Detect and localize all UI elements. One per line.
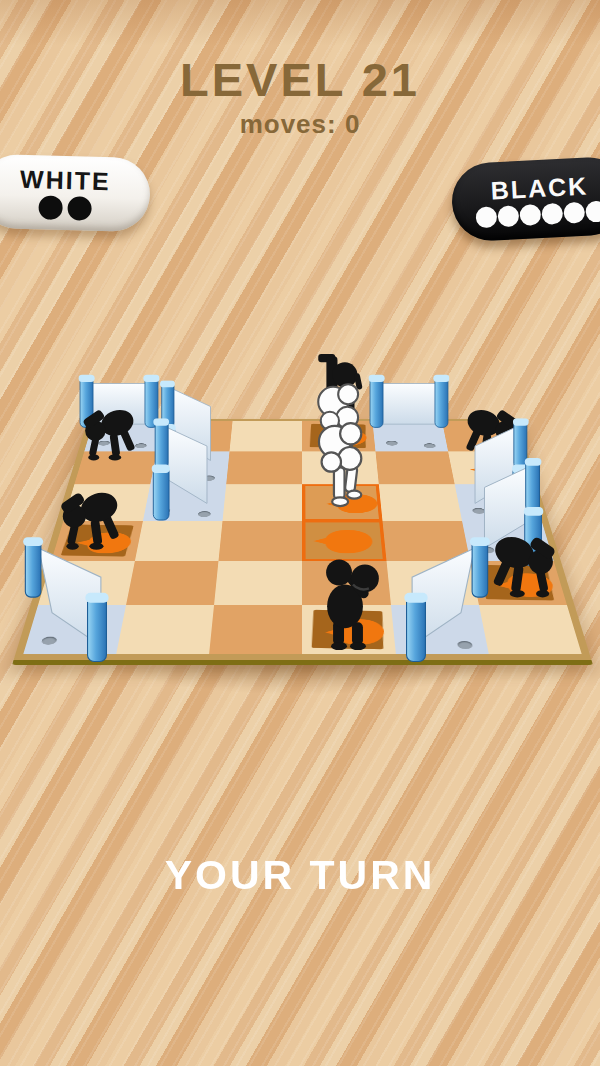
board-square[interactable]: [302, 484, 382, 520]
board-square: [219, 521, 303, 561]
board-square[interactable]: [302, 521, 386, 561]
black-figure: [307, 350, 366, 425]
board-square: [223, 484, 303, 520]
black-player-pill: BLACK: [450, 155, 600, 242]
orange-splash-decal: [505, 574, 556, 597]
board-square: [470, 561, 567, 605]
gate-base-square: [455, 484, 542, 520]
gate-base-square: [143, 484, 226, 520]
brown-decal: [61, 525, 134, 557]
black-figure: [484, 524, 559, 604]
gate-wall-h: [79, 370, 160, 428]
white-player-pill: WHITE: [0, 154, 151, 232]
black-figure: [79, 399, 142, 466]
board-square: [302, 421, 375, 451]
orange-splash-decal: [329, 430, 367, 446]
gate-base-square: [462, 521, 554, 561]
board-square: [442, 421, 521, 451]
board-square: [382, 521, 470, 561]
gate-base-square: [372, 421, 448, 451]
board-drop-shadow: [18, 600, 584, 710]
piece-count-dot: [497, 205, 519, 227]
game-screen: LEVEL 21 moves: 0 WHITE BLACK: [0, 0, 600, 1066]
piece-count-dot: [38, 195, 63, 220]
board-square: [51, 521, 143, 561]
board-square: [126, 561, 219, 605]
white-figure[interactable]: [305, 382, 371, 466]
level-title: LEVEL 21: [0, 52, 600, 107]
board-square: [135, 521, 223, 561]
gate-wall-v-right: [470, 418, 531, 522]
board-square: [230, 421, 303, 451]
board-square: [302, 451, 378, 484]
destination-splash-marker: [325, 530, 374, 553]
gate-base-square: [84, 421, 163, 451]
board-square: [448, 451, 531, 484]
board-square: [74, 451, 157, 484]
gate-wall-v-right: [478, 458, 543, 568]
board-square: [375, 451, 454, 484]
board-square: [379, 484, 462, 520]
gate-wall-v-left: [151, 418, 212, 522]
orange-splash-decal: [478, 461, 521, 478]
gate-wall-v-left: [158, 380, 215, 478]
piece-count-dot: [563, 201, 585, 223]
moves-counter: moves: 0: [0, 109, 600, 140]
board-square: [302, 561, 390, 605]
piece-count-dot: [475, 206, 497, 228]
board-square: [63, 484, 150, 520]
board-square: [214, 561, 302, 605]
piece-count-dot: [519, 204, 541, 226]
brown-decal: [481, 565, 555, 601]
gate-wall-h: [368, 370, 449, 428]
selected-splash-marker: [336, 494, 378, 513]
black-player-label: BLACK: [490, 171, 589, 205]
turn-status: YOUR TURN: [0, 852, 600, 899]
black-figure: [57, 481, 128, 556]
board-square: [226, 451, 302, 484]
piece-count-dot: [585, 200, 600, 222]
brown-decal: [309, 424, 365, 449]
board-square: [386, 561, 479, 605]
white-figure[interactable]: [306, 421, 377, 510]
board-square: [157, 421, 233, 451]
piece-count-dot: [67, 196, 92, 221]
white-player-label: WHITE: [20, 165, 111, 196]
board-square: [38, 561, 135, 605]
white-pieces-dots: [38, 195, 92, 220]
hud-title: LEVEL 21 moves: 0: [0, 52, 600, 140]
black-figure: [459, 399, 522, 466]
orange-splash-decal: [85, 532, 133, 553]
piece-count-dot: [541, 202, 563, 224]
gate-base-square: [150, 451, 229, 484]
